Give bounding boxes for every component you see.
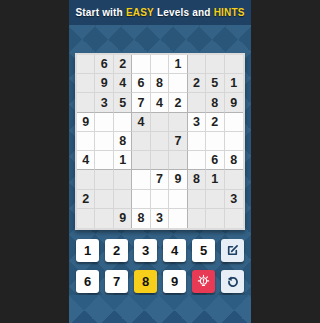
cell-r5c5[interactable] [151, 132, 169, 151]
num-button-7[interactable]: 7 [105, 270, 128, 293]
promo-banner[interactable]: Start with EASY Levels and HINTS [69, 0, 251, 25]
cell-r4c4[interactable]: 4 [132, 113, 150, 132]
cell-r3c2[interactable]: 3 [95, 93, 113, 112]
cell-r6c4[interactable] [132, 151, 150, 170]
banner-text: Levels and [154, 7, 214, 18]
sudoku-board: 621946825135742899432874168798123983 [75, 53, 245, 230]
cell-r1c6[interactable]: 1 [169, 55, 187, 74]
num-button-1[interactable]: 1 [76, 239, 99, 262]
number-row-1: 1 2 3 4 5 [76, 239, 244, 262]
cell-r2c7[interactable]: 2 [188, 74, 206, 93]
cell-r3c6[interactable]: 2 [169, 93, 187, 112]
cell-r9c1[interactable] [77, 209, 95, 228]
cell-r5c8[interactable] [206, 132, 224, 151]
app-screen: Start with EASY Levels and HINTS 6219468… [69, 0, 251, 323]
cell-r4c7[interactable]: 3 [188, 113, 206, 132]
num-button-4[interactable]: 4 [163, 239, 186, 262]
banner-text: Start with [75, 7, 126, 18]
cell-r7c2[interactable] [95, 170, 113, 189]
cell-r8c2[interactable] [95, 190, 113, 209]
background-pattern [69, 295, 251, 323]
lightbulb-icon [196, 274, 211, 289]
cell-r4c2[interactable] [95, 113, 113, 132]
cell-r9c4[interactable]: 8 [132, 209, 150, 228]
cell-r4c1[interactable]: 9 [77, 113, 95, 132]
num-button-9[interactable]: 9 [163, 270, 186, 293]
cell-r2c2[interactable]: 9 [95, 74, 113, 93]
cell-r7c1[interactable] [77, 170, 95, 189]
cell-r9c9[interactable] [225, 209, 243, 228]
cell-r3c3[interactable]: 5 [114, 93, 132, 112]
cell-r1c5[interactable] [151, 55, 169, 74]
cell-r1c7[interactable] [188, 55, 206, 74]
cell-r7c8[interactable]: 1 [206, 170, 224, 189]
cell-r5c2[interactable] [95, 132, 113, 151]
cell-r2c9[interactable]: 1 [225, 74, 243, 93]
cell-r9c2[interactable] [95, 209, 113, 228]
cell-r3c1[interactable] [77, 93, 95, 112]
banner-highlight-text: HINTS [214, 7, 245, 18]
cell-r6c5[interactable] [151, 151, 169, 170]
cell-r9c5[interactable]: 3 [151, 209, 169, 228]
cell-r7c9[interactable] [225, 170, 243, 189]
cell-r1c9[interactable] [225, 55, 243, 74]
cell-r2c4[interactable]: 6 [132, 74, 150, 93]
cell-r1c3[interactable]: 2 [114, 55, 132, 74]
cell-r2c8[interactable]: 5 [206, 74, 224, 93]
cell-r6c2[interactable] [95, 151, 113, 170]
cell-r1c4[interactable] [132, 55, 150, 74]
cell-r3c8[interactable]: 8 [206, 93, 224, 112]
cell-r6c3[interactable]: 1 [114, 151, 132, 170]
num-button-6[interactable]: 6 [76, 270, 99, 293]
cell-r8c8[interactable] [206, 190, 224, 209]
cell-r6c7[interactable] [188, 151, 206, 170]
cell-r2c6[interactable] [169, 74, 187, 93]
cell-r6c8[interactable]: 6 [206, 151, 224, 170]
num-button-8[interactable]: 8 [134, 270, 157, 293]
cell-r6c1[interactable]: 4 [77, 151, 95, 170]
cell-r5c7[interactable] [188, 132, 206, 151]
cell-r2c3[interactable]: 4 [114, 74, 132, 93]
banner-highlight-text: EASY [126, 7, 154, 18]
cell-r4c3[interactable] [114, 113, 132, 132]
num-button-5[interactable]: 5 [192, 239, 215, 262]
cell-r5c4[interactable] [132, 132, 150, 151]
cell-r8c7[interactable] [188, 190, 206, 209]
undo-button[interactable] [221, 270, 244, 293]
cell-r7c4[interactable] [132, 170, 150, 189]
cell-r8c1[interactable]: 2 [77, 190, 95, 209]
cell-r4c9[interactable] [225, 113, 243, 132]
cell-r3c5[interactable]: 4 [151, 93, 169, 112]
pencil-square-icon [226, 244, 239, 257]
number-pad: 1 2 3 4 5 6 7 8 9 [69, 239, 251, 293]
cell-r2c1[interactable] [77, 74, 95, 93]
cell-r8c4[interactable] [132, 190, 150, 209]
cell-r3c7[interactable] [188, 93, 206, 112]
cell-r7c3[interactable] [114, 170, 132, 189]
cell-r6c9[interactable]: 8 [225, 151, 243, 170]
cell-r4c6[interactable] [169, 113, 187, 132]
undo-arrow-icon [226, 275, 240, 289]
cell-r5c3[interactable]: 8 [114, 132, 132, 151]
cell-r1c1[interactable] [77, 55, 95, 74]
cell-r8c6[interactable] [169, 190, 187, 209]
num-button-2[interactable]: 2 [105, 239, 128, 262]
cell-r5c9[interactable] [225, 132, 243, 151]
number-row-2: 6 7 8 9 [76, 270, 244, 293]
cell-r4c5[interactable] [151, 113, 169, 132]
notes-button[interactable] [221, 239, 244, 262]
cell-r5c1[interactable] [77, 132, 95, 151]
cell-r9c6[interactable] [169, 209, 187, 228]
cell-r2c5[interactable]: 8 [151, 74, 169, 93]
num-button-3[interactable]: 3 [134, 239, 157, 262]
cell-r8c5[interactable] [151, 190, 169, 209]
cell-r9c7[interactable] [188, 209, 206, 228]
hint-button[interactable] [192, 270, 215, 293]
cell-r5c6[interactable]: 7 [169, 132, 187, 151]
cell-r1c2[interactable]: 6 [95, 55, 113, 74]
cell-r3c4[interactable]: 7 [132, 93, 150, 112]
cell-r8c3[interactable] [114, 190, 132, 209]
cell-r6c6[interactable] [169, 151, 187, 170]
cell-r9c8[interactable] [206, 209, 224, 228]
cell-r7c5[interactable]: 7 [151, 170, 169, 189]
cell-r7c7[interactable]: 8 [188, 170, 206, 189]
cell-r9c3[interactable]: 9 [114, 209, 132, 228]
cell-r4c8[interactable]: 2 [206, 113, 224, 132]
cell-r8c9[interactable]: 3 [225, 190, 243, 209]
cell-r1c8[interactable] [206, 55, 224, 74]
cell-r7c6[interactable]: 9 [169, 170, 187, 189]
cell-r3c9[interactable]: 9 [225, 93, 243, 112]
